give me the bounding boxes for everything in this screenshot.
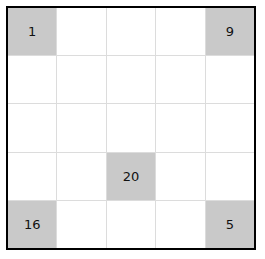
cell-r3c2[interactable] bbox=[57, 104, 105, 151]
cell-r3c1[interactable] bbox=[8, 104, 56, 151]
cell-r5c2[interactable] bbox=[57, 201, 105, 248]
cell-r3c3[interactable] bbox=[107, 104, 155, 151]
cell-r1c4[interactable] bbox=[156, 8, 204, 55]
cell-r4c4[interactable] bbox=[156, 153, 204, 200]
cell-r3c5[interactable] bbox=[206, 104, 254, 151]
cell-r5c4[interactable] bbox=[156, 201, 204, 248]
cell-r2c5[interactable] bbox=[206, 56, 254, 103]
cell-r1c1: 1 bbox=[8, 8, 56, 55]
cell-r2c2[interactable] bbox=[57, 56, 105, 103]
puzzle-board: 1920165 bbox=[6, 6, 256, 250]
cell-r2c3[interactable] bbox=[107, 56, 155, 103]
cell-r5c5: 5 bbox=[206, 201, 254, 248]
cell-r5c3[interactable] bbox=[107, 201, 155, 248]
cell-r4c2[interactable] bbox=[57, 153, 105, 200]
page: 1920165 bbox=[0, 0, 265, 259]
cell-r2c1[interactable] bbox=[8, 56, 56, 103]
cell-r4c3: 20 bbox=[107, 153, 155, 200]
cell-r1c5: 9 bbox=[206, 8, 254, 55]
cell-r1c2[interactable] bbox=[57, 8, 105, 55]
cell-r4c1[interactable] bbox=[8, 153, 56, 200]
cell-r1c3[interactable] bbox=[107, 8, 155, 55]
cell-r5c1: 16 bbox=[8, 201, 56, 248]
cell-r4c5[interactable] bbox=[206, 153, 254, 200]
cell-r2c4[interactable] bbox=[156, 56, 204, 103]
cell-r3c4[interactable] bbox=[156, 104, 204, 151]
